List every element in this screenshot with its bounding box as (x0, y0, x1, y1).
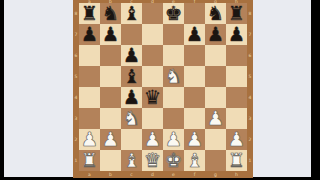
square-a5 (79, 66, 100, 87)
square-h5 (226, 66, 247, 87)
square-a1: ♜ (79, 150, 100, 171)
piece-black-pawn-c6: ♟ (123, 45, 140, 66)
square-d3 (142, 108, 163, 129)
square-d7 (142, 24, 163, 45)
square-c5: ♝ (121, 66, 142, 87)
square-h3 (226, 108, 247, 129)
square-c7 (121, 24, 142, 45)
square-e7 (163, 24, 184, 45)
square-f3 (184, 108, 205, 129)
piece-white-knight-e5: ♞ (165, 66, 182, 87)
square-g1 (205, 150, 226, 171)
rank-label-right-4: 4 (247, 87, 253, 108)
piece-black-queen-d4: ♛ (144, 87, 161, 108)
piece-white-queen-d1: ♛ (144, 150, 161, 171)
square-a6 (79, 45, 100, 66)
square-d1: ♛ (142, 150, 163, 171)
file-label-bottom-d: d (142, 172, 163, 177)
square-d6 (142, 45, 163, 66)
square-f8 (184, 3, 205, 24)
coords-right: 87654321 (247, 3, 253, 171)
piece-white-pawn-b2: ♟ (102, 129, 119, 150)
piece-black-pawn-f7: ♟ (186, 24, 203, 45)
square-e8: ♚ (163, 3, 184, 24)
square-h4 (226, 87, 247, 108)
square-d4: ♛ (142, 87, 163, 108)
square-h6 (226, 45, 247, 66)
piece-white-king-e1: ♚ (165, 150, 182, 171)
piece-black-bishop-c5: ♝ (123, 66, 140, 87)
rank-label-right-1: 1 (247, 150, 253, 171)
file-label-bottom-b: b (100, 172, 121, 177)
coords-bottom: abcdefgh (79, 171, 247, 178)
square-f1: ♝ (184, 150, 205, 171)
piece-white-pawn-d2: ♟ (144, 129, 161, 150)
square-b6 (100, 45, 121, 66)
piece-black-king-e8: ♚ (165, 3, 182, 24)
square-g3: ♟ (205, 108, 226, 129)
square-g7: ♟ (205, 24, 226, 45)
square-c6: ♟ (121, 45, 142, 66)
piece-white-knight-c3: ♞ (123, 108, 140, 129)
rank-label-right-8: 8 (247, 3, 253, 24)
video-frame: abcdefgh 87654321 87654321 abcdefgh ♜♞♝♚… (0, 0, 320, 180)
file-label-bottom-g: g (205, 172, 226, 177)
piece-black-rook-a8: ♜ (81, 3, 98, 24)
rank-label-right-3: 3 (247, 108, 253, 129)
piece-white-bishop-c1: ♝ (123, 150, 140, 171)
piece-white-rook-h1: ♜ (228, 150, 245, 171)
file-label-bottom-f: f (184, 172, 205, 177)
square-g2 (205, 129, 226, 150)
square-e2: ♟ (163, 129, 184, 150)
square-c1: ♝ (121, 150, 142, 171)
piece-white-pawn-h2: ♟ (228, 129, 245, 150)
piece-black-rook-h8: ♜ (228, 3, 245, 24)
square-c2 (121, 129, 142, 150)
square-b3 (100, 108, 121, 129)
square-b1 (100, 150, 121, 171)
square-g4 (205, 87, 226, 108)
square-e1: ♚ (163, 150, 184, 171)
square-d5 (142, 66, 163, 87)
square-f2: ♟ (184, 129, 205, 150)
square-f7: ♟ (184, 24, 205, 45)
square-b7: ♟ (100, 24, 121, 45)
square-b8: ♞ (100, 3, 121, 24)
rank-label-right-6: 6 (247, 45, 253, 66)
square-c3: ♞ (121, 108, 142, 129)
square-d8 (142, 3, 163, 24)
square-a2: ♟ (79, 129, 100, 150)
square-a3 (79, 108, 100, 129)
piece-black-pawn-b7: ♟ (102, 24, 119, 45)
square-b4 (100, 87, 121, 108)
squares: ♜♞♝♚♞♜♟♟♟♟♟♟♝♞♟♛♞♟♟♟♟♟♟♟♜♝♛♚♝♜ (79, 3, 247, 171)
chess-board: abcdefgh 87654321 87654321 abcdefgh ♜♞♝♚… (73, 0, 253, 178)
square-f6 (184, 45, 205, 66)
square-h1: ♜ (226, 150, 247, 171)
rank-label-right-7: 7 (247, 24, 253, 45)
square-e3 (163, 108, 184, 129)
piece-white-pawn-g3: ♟ (207, 108, 224, 129)
square-h8: ♜ (226, 3, 247, 24)
square-b5 (100, 66, 121, 87)
piece-white-bishop-f1: ♝ (186, 150, 203, 171)
file-label-bottom-a: a (79, 172, 100, 177)
file-label-bottom-e: e (163, 172, 184, 177)
piece-black-knight-b8: ♞ (102, 3, 119, 24)
file-label-bottom-c: c (121, 172, 142, 177)
square-f4 (184, 87, 205, 108)
piece-black-pawn-g7: ♟ (207, 24, 224, 45)
square-f5 (184, 66, 205, 87)
piece-white-pawn-f2: ♟ (186, 129, 203, 150)
file-label-bottom-h: h (226, 172, 247, 177)
square-d2: ♟ (142, 129, 163, 150)
square-c8: ♝ (121, 3, 142, 24)
piece-black-pawn-a7: ♟ (81, 24, 98, 45)
square-c4: ♟ (121, 87, 142, 108)
rank-label-right-2: 2 (247, 129, 253, 150)
square-g5 (205, 66, 226, 87)
square-h2: ♟ (226, 129, 247, 150)
square-g8: ♞ (205, 3, 226, 24)
square-a7: ♟ (79, 24, 100, 45)
square-e5: ♞ (163, 66, 184, 87)
square-e6 (163, 45, 184, 66)
piece-black-pawn-c4: ♟ (123, 87, 140, 108)
square-b2: ♟ (100, 129, 121, 150)
square-a8: ♜ (79, 3, 100, 24)
piece-white-pawn-e2: ♟ (165, 129, 182, 150)
square-h7: ♟ (226, 24, 247, 45)
square-g6 (205, 45, 226, 66)
rank-label-right-5: 5 (247, 66, 253, 87)
piece-black-bishop-c8: ♝ (123, 3, 140, 24)
piece-black-pawn-h7: ♟ (228, 24, 245, 45)
square-e4 (163, 87, 184, 108)
square-a4 (79, 87, 100, 108)
piece-black-knight-g8: ♞ (207, 3, 224, 24)
piece-white-pawn-a2: ♟ (81, 129, 98, 150)
piece-white-rook-a1: ♜ (81, 150, 98, 171)
